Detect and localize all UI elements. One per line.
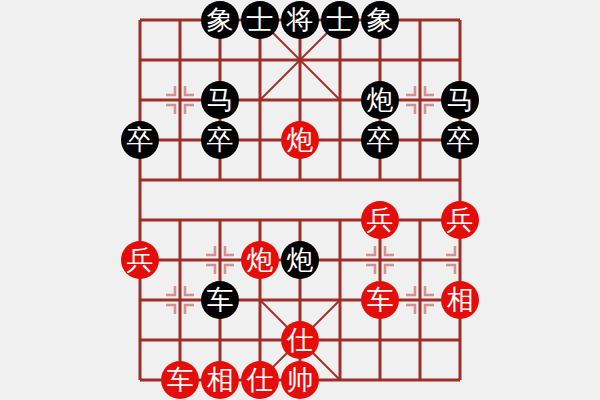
piece-black-cannon[interactable]: 炮 [281,241,319,279]
piece-red-elephant[interactable]: 相 [441,281,479,319]
piece-black-elephant[interactable]: 象 [361,1,399,39]
piece-red-advisor[interactable]: 仕 [281,321,319,359]
xiangqi-app: 象士将士象马炮马卒卒炮卒卒兵兵兵炮炮车车相仕车相仕帅 [0,0,600,400]
piece-red-cannon[interactable]: 炮 [281,121,319,159]
piece-red-king[interactable]: 帅 [281,361,319,399]
piece-black-advisor[interactable]: 士 [321,1,359,39]
piece-red-pawn[interactable]: 兵 [121,241,159,279]
piece-black-chariot[interactable]: 车 [201,281,239,319]
piece-black-pawn[interactable]: 卒 [441,121,479,159]
piece-black-advisor[interactable]: 士 [241,1,279,39]
xiangqi-piece-layer: 象士将士象马炮马卒卒炮卒卒兵兵兵炮炮车车相仕车相仕帅 [120,0,480,400]
piece-red-chariot[interactable]: 车 [361,281,399,319]
piece-black-pawn[interactable]: 卒 [361,121,399,159]
piece-red-chariot[interactable]: 车 [161,361,199,399]
piece-black-horse[interactable]: 马 [441,81,479,119]
piece-black-horse[interactable]: 马 [201,81,239,119]
piece-black-general[interactable]: 将 [281,1,319,39]
piece-red-cannon[interactable]: 炮 [241,241,279,279]
piece-black-elephant[interactable]: 象 [201,1,239,39]
piece-red-pawn[interactable]: 兵 [441,201,479,239]
piece-red-advisor[interactable]: 仕 [241,361,279,399]
piece-red-elephant[interactable]: 相 [201,361,239,399]
piece-black-pawn[interactable]: 卒 [121,121,159,159]
piece-black-pawn[interactable]: 卒 [201,121,239,159]
piece-red-pawn[interactable]: 兵 [361,201,399,239]
piece-black-cannon[interactable]: 炮 [361,81,399,119]
